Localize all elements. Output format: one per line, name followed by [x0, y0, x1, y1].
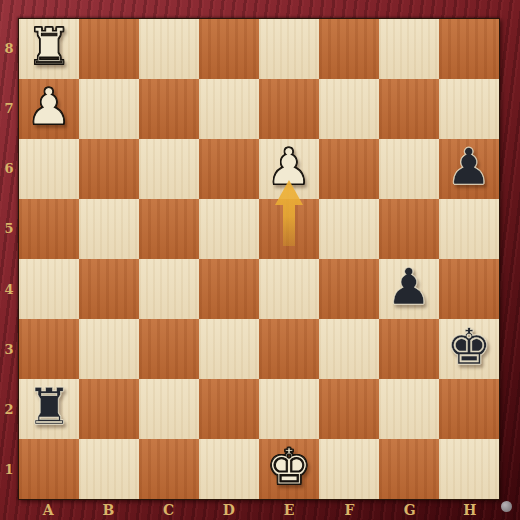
square-c5[interactable] — [139, 199, 199, 259]
square-f3[interactable] — [319, 319, 379, 379]
square-d3[interactable] — [199, 319, 259, 379]
white-rook-a8[interactable]: ♜ — [27, 22, 72, 72]
square-d7[interactable] — [199, 79, 259, 139]
square-c6[interactable] — [139, 139, 199, 199]
square-h2[interactable] — [439, 379, 499, 439]
square-e1[interactable]: ♚ — [259, 439, 319, 499]
file-labels: ABCDEFGH — [18, 500, 500, 520]
file-label-b: B — [78, 500, 138, 520]
file-label-c: C — [139, 500, 199, 520]
square-d4[interactable] — [199, 259, 259, 319]
corner-status-dot — [501, 501, 512, 512]
square-b1[interactable] — [79, 439, 139, 499]
square-e3[interactable] — [259, 319, 319, 379]
square-f8[interactable] — [319, 19, 379, 79]
square-c4[interactable] — [139, 259, 199, 319]
square-g2[interactable] — [379, 379, 439, 439]
square-f7[interactable] — [319, 79, 379, 139]
square-a4[interactable] — [19, 259, 79, 319]
square-a6[interactable] — [19, 139, 79, 199]
square-g8[interactable] — [379, 19, 439, 79]
rank-label-4: 4 — [0, 259, 18, 319]
rank-labels: 87654321 — [0, 18, 18, 500]
rank-label-1: 1 — [0, 440, 18, 500]
white-pawn-e6[interactable]: ♟ — [267, 142, 312, 192]
square-f6[interactable] — [319, 139, 379, 199]
white-king-e1[interactable]: ♚ — [267, 442, 312, 492]
square-h3[interactable]: ♚ — [439, 319, 499, 379]
square-g3[interactable] — [379, 319, 439, 379]
square-e2[interactable] — [259, 379, 319, 439]
rank-label-7: 7 — [0, 78, 18, 138]
square-e7[interactable] — [259, 79, 319, 139]
file-label-h: H — [440, 500, 500, 520]
square-d8[interactable] — [199, 19, 259, 79]
rank-label-6: 6 — [0, 139, 18, 199]
square-b2[interactable] — [79, 379, 139, 439]
square-a7[interactable]: ♟ — [19, 79, 79, 139]
square-f1[interactable] — [319, 439, 379, 499]
square-e6[interactable]: ♟ — [259, 139, 319, 199]
square-b5[interactable] — [79, 199, 139, 259]
square-a2[interactable]: ♜ — [19, 379, 79, 439]
square-a8[interactable]: ♜ — [19, 19, 79, 79]
square-c3[interactable] — [139, 319, 199, 379]
file-label-a: A — [18, 500, 78, 520]
square-g5[interactable] — [379, 199, 439, 259]
square-c7[interactable] — [139, 79, 199, 139]
file-label-f: F — [319, 500, 379, 520]
file-label-d: D — [199, 500, 259, 520]
square-e5[interactable] — [259, 199, 319, 259]
square-e4[interactable] — [259, 259, 319, 319]
square-e8[interactable] — [259, 19, 319, 79]
rank-label-8: 8 — [0, 18, 18, 78]
file-label-e: E — [259, 500, 319, 520]
square-b6[interactable] — [79, 139, 139, 199]
square-a1[interactable] — [19, 439, 79, 499]
square-a3[interactable] — [19, 319, 79, 379]
black-pawn-h6[interactable]: ♟ — [447, 142, 492, 192]
square-h6[interactable]: ♟ — [439, 139, 499, 199]
black-king-h3[interactable]: ♚ — [447, 322, 492, 372]
chess-app-window: 87654321 ♜♟♟♟♟♚♜♚ ABCDEFGH — [0, 0, 520, 520]
square-b8[interactable] — [79, 19, 139, 79]
square-d1[interactable] — [199, 439, 259, 499]
square-h8[interactable] — [439, 19, 499, 79]
square-h5[interactable] — [439, 199, 499, 259]
square-d5[interactable] — [199, 199, 259, 259]
square-d6[interactable] — [199, 139, 259, 199]
square-h1[interactable] — [439, 439, 499, 499]
square-b3[interactable] — [79, 319, 139, 379]
square-a5[interactable] — [19, 199, 79, 259]
white-pawn-a7[interactable]: ♟ — [27, 82, 72, 132]
rank-label-2: 2 — [0, 380, 18, 440]
file-label-g: G — [380, 500, 440, 520]
square-g6[interactable] — [379, 139, 439, 199]
black-pawn-g4[interactable]: ♟ — [387, 262, 432, 312]
square-h4[interactable] — [439, 259, 499, 319]
square-g4[interactable]: ♟ — [379, 259, 439, 319]
square-b7[interactable] — [79, 79, 139, 139]
square-b4[interactable] — [79, 259, 139, 319]
black-rook-a2[interactable]: ♜ — [27, 382, 72, 432]
square-c2[interactable] — [139, 379, 199, 439]
square-f4[interactable] — [319, 259, 379, 319]
square-f2[interactable] — [319, 379, 379, 439]
square-d2[interactable] — [199, 379, 259, 439]
square-g7[interactable] — [379, 79, 439, 139]
square-f5[interactable] — [319, 199, 379, 259]
square-c8[interactable] — [139, 19, 199, 79]
square-h7[interactable] — [439, 79, 499, 139]
rank-label-5: 5 — [0, 199, 18, 259]
square-c1[interactable] — [139, 439, 199, 499]
chess-board[interactable]: ♜♟♟♟♟♚♜♚ — [18, 18, 500, 500]
rank-label-3: 3 — [0, 319, 18, 379]
square-g1[interactable] — [379, 439, 439, 499]
